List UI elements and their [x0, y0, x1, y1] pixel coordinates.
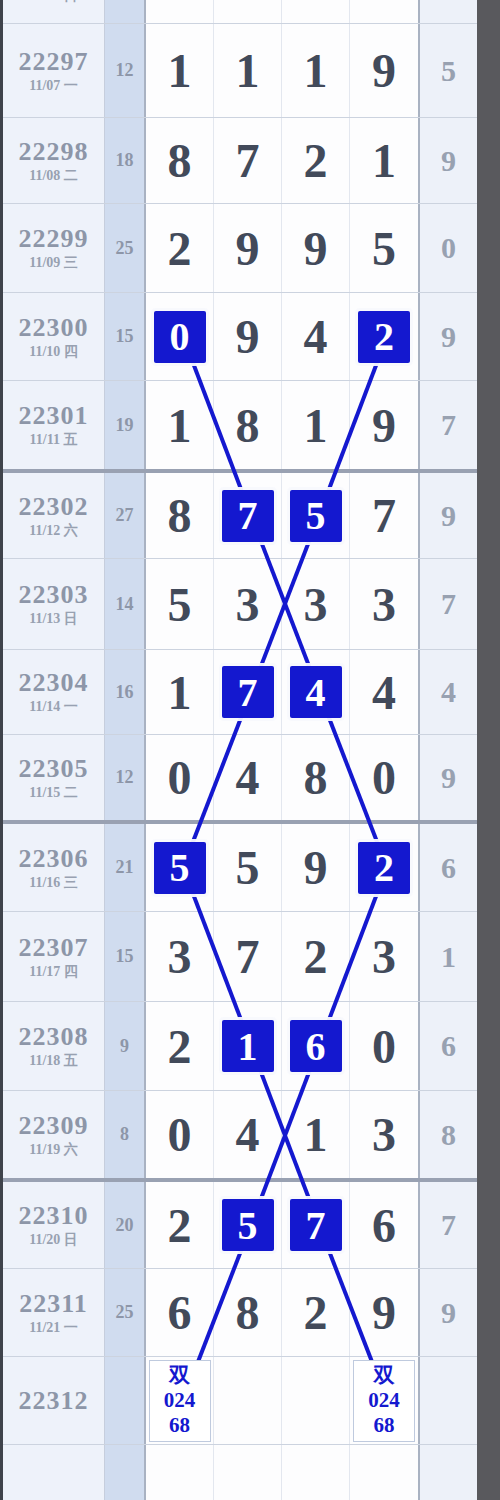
digit-cell: 9 — [350, 1269, 418, 1356]
sum-value — [104, 1445, 144, 1500]
digit-cell: 6 — [350, 1182, 418, 1268]
prediction-text: 024 — [354, 1388, 414, 1413]
draw-date: 11/12 六 — [29, 523, 78, 539]
digit-cell: 2 — [146, 1002, 214, 1090]
chart-row: 2229911/09 三2529950 — [3, 203, 477, 292]
fifth-digit-cell: 6 — [420, 1002, 477, 1090]
draw-date: 11/20 日 — [29, 1232, 78, 1248]
digit-cell: 7 — [350, 473, 418, 558]
draw-date: 11/19 六 — [29, 1142, 78, 1158]
digit-cell — [350, 1445, 418, 1500]
fifth-digit-cell: 9 — [420, 118, 477, 203]
draw-issue: 22311 — [19, 1290, 88, 1318]
draw-date: 11/17 四 — [29, 964, 78, 980]
sum-value: 16 — [104, 650, 144, 734]
digit-cell — [146, 0, 214, 23]
digit-cell: 0 — [146, 735, 214, 820]
prediction-text: 双 — [150, 1363, 210, 1388]
digit-columns: 8757 — [144, 473, 420, 558]
fifth-digit-cell: 0 — [420, 204, 477, 292]
chart-row: 2231011/20 日2025767 — [3, 1178, 477, 1268]
prediction-text: 68 — [354, 1413, 414, 1438]
chart-row: 2230811/18 五921606 — [3, 1001, 477, 1090]
digit-cell: 5 — [146, 824, 214, 911]
draw-issue: 22300 — [19, 314, 89, 342]
highlighted-digit: 1 — [222, 1020, 274, 1072]
digit-cell — [282, 1357, 350, 1444]
digit-cell: 3 — [350, 559, 418, 649]
digit-cell: 2 — [146, 204, 214, 292]
fifth-digit-cell: 7 — [420, 559, 477, 649]
digit-columns: 2995 — [144, 204, 420, 292]
sum-value: 8 — [104, 1091, 144, 1178]
fifth-digit-cell: 1 — [420, 912, 477, 1001]
draw-id-cell: 2230311/13 日 — [3, 559, 104, 649]
chart-row: 2230911/19 六804138 — [3, 1090, 477, 1178]
highlighted-digit: 5 — [290, 490, 342, 542]
digit-columns: 1819 — [144, 381, 420, 469]
digit-cell: 1 — [146, 24, 214, 117]
draw-id-cell: 11/06 日 — [3, 0, 104, 23]
digit-cell: 1 — [282, 1091, 350, 1178]
digit-cell: 5 — [214, 824, 282, 911]
digit-cell: 6 — [282, 1002, 350, 1090]
digit-cell: 8 — [282, 735, 350, 820]
chart-row: 2230511/15 二1204809 — [3, 734, 477, 820]
draw-id-cell: 2230811/18 五 — [3, 1002, 104, 1090]
draw-id-cell: 2230511/15 二 — [3, 735, 104, 820]
draw-issue: 22309 — [19, 1112, 89, 1140]
digit-cell: 2 — [282, 912, 350, 1001]
digit-columns: 0480 — [144, 735, 420, 820]
digit-cell — [214, 0, 282, 23]
draw-id-cell — [3, 1445, 104, 1500]
chart-row: 11/06 日 — [3, 0, 477, 23]
draw-issue: 22312 — [19, 1387, 89, 1415]
digit-cell: 5 — [146, 559, 214, 649]
draw-id-cell: 2230111/11 五 — [3, 381, 104, 469]
draw-id-cell: 2230611/16 三 — [3, 824, 104, 911]
digit-cell: 双02468 — [350, 1357, 418, 1444]
draw-date: 11/07 一 — [29, 78, 78, 94]
digit-columns: 2576 — [144, 1182, 420, 1268]
chart-row: 2229711/07 一1211195 — [3, 23, 477, 117]
fifth-digit-cell: 9 — [420, 293, 477, 380]
draw-id-cell: 22312 — [3, 1357, 104, 1444]
prediction-box: 双02468 — [149, 1360, 211, 1442]
draw-issue: 22303 — [19, 581, 89, 609]
digit-columns: 5592 — [144, 824, 420, 911]
digit-cell: 0 — [146, 1091, 214, 1178]
digit-cell: 2 — [282, 118, 350, 203]
draw-issue: 22298 — [19, 138, 89, 166]
sum-value: 20 — [104, 1182, 144, 1268]
digit-cell: 1 — [282, 24, 350, 117]
digit-cell: 4 — [282, 650, 350, 734]
digit-cell: 9 — [282, 824, 350, 911]
digit-cell: 2 — [146, 1182, 214, 1268]
digit-columns: 双02468双02468 — [144, 1357, 420, 1444]
draw-id-cell: 2229811/08 二 — [3, 118, 104, 203]
fifth-digit-cell — [420, 1357, 477, 1444]
draw-issue: 22302 — [19, 493, 89, 521]
highlighted-digit: 5 — [154, 842, 206, 894]
digit-cell: 7 — [214, 118, 282, 203]
draw-id-cell: 2229911/09 三 — [3, 204, 104, 292]
sum-value: 19 — [104, 381, 144, 469]
digit-columns: 1119 — [144, 24, 420, 117]
chart-row: 2231111/21 一2568299 — [3, 1268, 477, 1356]
digit-cell: 7 — [214, 473, 282, 558]
digit-cell — [350, 0, 418, 23]
draw-issue: 22301 — [19, 402, 89, 430]
digit-cell — [282, 1445, 350, 1500]
draw-issue: 22297 — [19, 48, 89, 76]
digit-cell: 9 — [350, 381, 418, 469]
chart-row — [3, 1444, 477, 1500]
draw-date: 11/18 五 — [29, 1053, 78, 1069]
digit-cell: 6 — [146, 1269, 214, 1356]
draw-issue: 22308 — [19, 1023, 89, 1051]
prediction-text: 双 — [354, 1363, 414, 1388]
digit-columns: 0413 — [144, 1091, 420, 1178]
fifth-digit-cell: 9 — [420, 735, 477, 820]
digit-cell: 3 — [146, 912, 214, 1001]
draw-id-cell: 2230911/19 六 — [3, 1091, 104, 1178]
highlighted-digit: 0 — [154, 311, 206, 363]
highlighted-digit: 6 — [290, 1020, 342, 1072]
draw-date: 11/16 三 — [29, 875, 78, 891]
digit-cell: 7 — [214, 912, 282, 1001]
digit-columns — [144, 0, 420, 23]
draw-id-cell: 2231111/21 一 — [3, 1269, 104, 1356]
digit-columns: 0942 — [144, 293, 420, 380]
trend-chart-board: 11/06 日2229711/07 一12111952229811/08 二18… — [0, 0, 477, 1500]
digit-cell: 8 — [146, 118, 214, 203]
digit-columns: 1744 — [144, 650, 420, 734]
sum-value: 25 — [104, 204, 144, 292]
digit-cell: 5 — [214, 1182, 282, 1268]
fifth-digit-cell: 9 — [420, 1269, 477, 1356]
digit-cell — [214, 1357, 282, 1444]
digit-cell: 3 — [214, 559, 282, 649]
fifth-digit-cell: 7 — [420, 381, 477, 469]
draw-issue: 22299 — [19, 225, 89, 253]
chart-row: 2230211/12 六2787579 — [3, 469, 477, 558]
digit-cell: 0 — [350, 1002, 418, 1090]
digit-cell: 3 — [282, 559, 350, 649]
draw-date: 11/15 二 — [29, 785, 78, 801]
sum-value: 12 — [104, 24, 144, 117]
draw-date: 11/13 日 — [29, 611, 78, 627]
chart-row: 2230111/11 五1918197 — [3, 380, 477, 469]
draw-id-cell: 2231011/20 日 — [3, 1182, 104, 1268]
digit-cell: 5 — [282, 473, 350, 558]
digit-cell: 4 — [214, 1091, 282, 1178]
highlighted-digit: 7 — [290, 1199, 342, 1251]
digit-cell: 2 — [350, 293, 418, 380]
digit-cell — [214, 1445, 282, 1500]
digit-cell: 9 — [282, 204, 350, 292]
fifth-digit-cell: 8 — [420, 1091, 477, 1178]
sum-value: 27 — [104, 473, 144, 558]
fifth-digit-cell: 7 — [420, 1182, 477, 1268]
digit-cell: 4 — [350, 650, 418, 734]
draw-date: 11/08 二 — [29, 168, 78, 184]
draw-issue: 22305 — [19, 755, 89, 783]
highlighted-digit: 5 — [222, 1199, 274, 1251]
sum-value: 21 — [104, 824, 144, 911]
digit-cell: 1 — [146, 381, 214, 469]
digit-cell: 1 — [282, 381, 350, 469]
fifth-digit-cell: 9 — [420, 473, 477, 558]
digit-cell: 8 — [214, 1269, 282, 1356]
sum-value: 15 — [104, 293, 144, 380]
digit-cell: 3 — [350, 1091, 418, 1178]
draw-id-cell: 2229711/07 一 — [3, 24, 104, 117]
digit-cell: 1 — [214, 24, 282, 117]
chart-row: 22312双02468双02468 — [3, 1356, 477, 1444]
digit-cell: 1 — [146, 650, 214, 734]
digit-cell: 7 — [282, 1182, 350, 1268]
digit-cell — [146, 1445, 214, 1500]
digit-cell: 0 — [350, 735, 418, 820]
digit-cell: 4 — [214, 735, 282, 820]
digit-cell: 9 — [214, 293, 282, 380]
digit-cell: 0 — [146, 293, 214, 380]
draw-issue: 22307 — [19, 934, 89, 962]
highlighted-digit: 2 — [358, 311, 410, 363]
sum-value: 9 — [104, 1002, 144, 1090]
digit-cell: 9 — [214, 204, 282, 292]
fifth-digit-cell: 4 — [420, 650, 477, 734]
sum-value: 18 — [104, 118, 144, 203]
digit-cell: 9 — [350, 24, 418, 117]
digit-cell: 4 — [282, 293, 350, 380]
chart-row: 2230711/17 四1537231 — [3, 911, 477, 1001]
prediction-box: 双02468 — [353, 1360, 415, 1442]
fifth-digit-cell — [420, 1445, 477, 1500]
chart-row: 2230311/13 日1453337 — [3, 558, 477, 649]
digit-columns: 6829 — [144, 1269, 420, 1356]
chart-row: 2229811/08 二1887219 — [3, 117, 477, 203]
digit-cell: 8 — [214, 381, 282, 469]
digit-cell: 1 — [350, 118, 418, 203]
digit-cell: 3 — [350, 912, 418, 1001]
highlighted-digit: 2 — [358, 842, 410, 894]
digit-cell: 1 — [214, 1002, 282, 1090]
digit-columns: 3723 — [144, 912, 420, 1001]
chart-row: 2230411/14 一1617444 — [3, 649, 477, 734]
sum-value: 14 — [104, 559, 144, 649]
draw-issue: 22304 — [19, 669, 89, 697]
digit-cell: 2 — [350, 824, 418, 911]
sum-value: 15 — [104, 912, 144, 1001]
draw-id-cell: 2230411/14 一 — [3, 650, 104, 734]
digit-cell — [282, 0, 350, 23]
draw-date: 11/09 三 — [29, 255, 78, 271]
prediction-text: 68 — [150, 1413, 210, 1438]
highlighted-digit: 7 — [222, 490, 274, 542]
digit-columns: 2160 — [144, 1002, 420, 1090]
draw-date: 11/11 五 — [30, 432, 78, 448]
draw-date: 11/06 日 — [3, 0, 104, 5]
chart-row: 2230011/10 四1509429 — [3, 292, 477, 380]
chart-row: 2230611/16 三2155926 — [3, 820, 477, 911]
draw-id-cell: 2230211/12 六 — [3, 473, 104, 558]
digit-cell: 2 — [282, 1269, 350, 1356]
digit-cell: 双02468 — [146, 1357, 214, 1444]
highlighted-digit: 7 — [222, 666, 274, 718]
highlighted-digit: 4 — [290, 666, 342, 718]
draw-issue: 22306 — [19, 845, 89, 873]
sum-value: 12 — [104, 735, 144, 820]
digit-columns — [144, 1445, 420, 1500]
draw-date: 11/14 一 — [29, 699, 78, 715]
draw-date: 11/10 四 — [29, 344, 78, 360]
digit-columns: 8721 — [144, 118, 420, 203]
sum-value — [104, 1357, 144, 1444]
fifth-digit-cell: 6 — [420, 824, 477, 911]
prediction-text: 024 — [150, 1388, 210, 1413]
sum-value: 25 — [104, 1269, 144, 1356]
digit-columns: 5333 — [144, 559, 420, 649]
draw-issue: 22310 — [19, 1202, 89, 1230]
fifth-digit-cell: 5 — [420, 24, 477, 117]
digit-cell: 7 — [214, 650, 282, 734]
draw-id-cell: 2230711/17 四 — [3, 912, 104, 1001]
fifth-digit-cell — [420, 0, 477, 23]
digit-cell: 8 — [146, 473, 214, 558]
sum-value — [104, 0, 144, 23]
digit-cell: 5 — [350, 204, 418, 292]
draw-id-cell: 2230011/10 四 — [3, 293, 104, 380]
draw-date: 11/21 一 — [29, 1320, 78, 1336]
